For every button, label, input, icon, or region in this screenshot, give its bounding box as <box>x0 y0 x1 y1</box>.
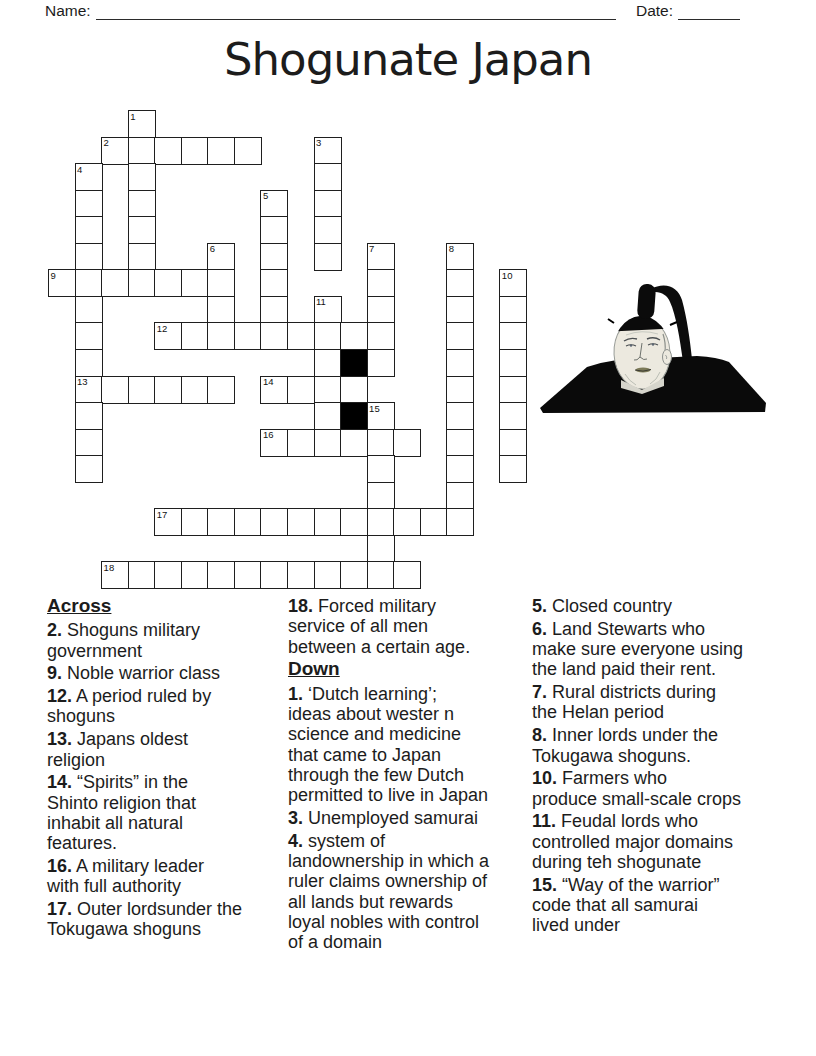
grid-cell-r15-c15[interactable] <box>446 508 474 536</box>
grid-cell-r8-c4[interactable]: 12 <box>154 322 182 350</box>
across-clue-12: 12. A period ruled by shoguns <box>47 686 299 727</box>
cell-number-15: 15 <box>369 404 380 414</box>
grid-cell-r1-c4[interactable] <box>154 137 182 165</box>
cell-number-6: 6 <box>210 244 215 254</box>
grid-cell-r17-c9[interactable] <box>287 561 315 589</box>
middle-clues-column: 18. Forced military service of all men b… <box>288 596 546 955</box>
grid-cell-r10-c1[interactable]: 13 <box>75 376 103 404</box>
grid-cell-r1-c2[interactable]: 2 <box>101 137 129 165</box>
grid-cell-r17-c10[interactable] <box>314 561 342 589</box>
cell-number-2: 2 <box>104 138 109 148</box>
across-clue-18: 18. Forced military service of all men b… <box>288 596 546 657</box>
grid-cell-r10-c3[interactable] <box>128 376 156 404</box>
grid-cell-r15-c13[interactable] <box>393 508 421 536</box>
grid-cell-r9-c17[interactable] <box>499 349 527 377</box>
grid-cell-r4-c10[interactable] <box>314 216 342 244</box>
grid-cell-r15-c6[interactable] <box>207 508 235 536</box>
grid-cell-r7-c10[interactable]: 11 <box>314 296 342 324</box>
grid-cell-r8-c12[interactable] <box>367 322 395 350</box>
across-clue-13: 13. Japans oldest religion <box>47 729 299 770</box>
clue-number-label: 18. <box>288 596 313 616</box>
grid-cell-r8-c17[interactable] <box>499 322 527 350</box>
down-clue-5: 5. Closed country <box>532 596 784 616</box>
grid-cell-r13-c12[interactable] <box>367 455 395 483</box>
across-clues-column: Across2. Shoguns military government9. N… <box>47 596 299 942</box>
grid-cell-r3-c1[interactable] <box>75 190 103 218</box>
grid-cell-r7-c17[interactable] <box>499 296 527 324</box>
grid-cell-r17-c8[interactable] <box>260 561 288 589</box>
clue-number-label: 16. <box>47 856 72 876</box>
grid-cell-r10-c10[interactable] <box>314 376 342 404</box>
grid-cell-r15-c12[interactable] <box>367 508 395 536</box>
grid-cell-r5-c15[interactable]: 8 <box>446 243 474 271</box>
grid-cell-r1-c7[interactable] <box>234 137 262 165</box>
grid-cell-r8-c15[interactable] <box>446 322 474 350</box>
grid-cell-r17-c2[interactable]: 18 <box>101 561 129 589</box>
grid-cell-r10-c17[interactable] <box>499 376 527 404</box>
down-clue-7: 7. Rural districts during the Helan peri… <box>532 682 784 723</box>
grid-cell-r15-c5[interactable] <box>181 508 209 536</box>
grid-cell-r14-c12[interactable] <box>367 482 395 510</box>
clue-number-label: 14. <box>47 772 72 792</box>
grid-cell-r6-c1[interactable] <box>75 269 103 297</box>
grid-cell-r17-c3[interactable] <box>128 561 156 589</box>
grid-cell-r10-c2[interactable] <box>101 376 129 404</box>
grid-cell-r3-c10[interactable] <box>314 190 342 218</box>
grid-cell-r12-c12[interactable] <box>367 429 395 457</box>
grid-cell-r9-c1[interactable] <box>75 349 103 377</box>
grid-cell-r0-c3[interactable]: 1 <box>128 110 156 138</box>
grid-cell-r12-c11[interactable] <box>340 429 368 457</box>
grid-cell-r12-c10[interactable] <box>314 429 342 457</box>
grid-cell-r6-c6[interactable] <box>207 269 235 297</box>
grid-cell-r3-c3[interactable] <box>128 190 156 218</box>
grid-cell-r7-c12[interactable] <box>367 296 395 324</box>
clue-number-label: 12. <box>47 686 72 706</box>
clue-number-label: 10. <box>532 768 557 788</box>
grid-cell-r17-c11[interactable] <box>340 561 368 589</box>
across-clue-14: 14. “Spirits” in the Shinto religion tha… <box>47 772 299 853</box>
cell-number-17: 17 <box>157 510 168 520</box>
cell-number-10: 10 <box>502 271 513 281</box>
clue-number-label: 17. <box>47 899 72 919</box>
puzzle-title: Shogunate Japan <box>0 33 816 86</box>
grid-cell-r6-c12[interactable] <box>367 269 395 297</box>
grid-cell-r1-c3[interactable] <box>128 137 156 165</box>
down-clue-1: 1. ‘Dutch learning’; ideas about wester … <box>288 684 546 806</box>
down-clue-6: 6. Land Stewarts who make sure everyone … <box>532 619 784 680</box>
grid-cell-r2-c3[interactable] <box>128 163 156 191</box>
grid-cell-r6-c2[interactable] <box>101 269 129 297</box>
grid-cell-r11-c12[interactable]: 15 <box>367 402 395 430</box>
grid-cell-r15-c10[interactable] <box>314 508 342 536</box>
down-header: Down <box>288 659 546 679</box>
grid-cell-r17-c7[interactable] <box>234 561 262 589</box>
grid-cell-r8-c5[interactable] <box>181 322 209 350</box>
grid-cell-r15-c8[interactable] <box>260 508 288 536</box>
cell-number-18: 18 <box>104 563 115 573</box>
down-clue-15: 15. “Way of the warrior” code that all s… <box>532 875 784 936</box>
grid-cell-r15-c9[interactable] <box>287 508 315 536</box>
clue-number-label: 3. <box>288 808 303 828</box>
grid-cell-r7-c8[interactable] <box>260 296 288 324</box>
clue-number-label: 6. <box>532 619 547 639</box>
grid-cell-r5-c1[interactable] <box>75 243 103 271</box>
cell-number-1: 1 <box>130 112 135 122</box>
grid-cell-r11-c11-black <box>340 402 368 430</box>
grid-cell-r10-c5[interactable] <box>181 376 209 404</box>
grid-cell-r7-c6[interactable] <box>207 296 235 324</box>
grid-cell-r1-c5[interactable] <box>181 137 209 165</box>
cell-number-12: 12 <box>157 324 168 334</box>
cell-number-4: 4 <box>77 165 82 175</box>
grid-cell-r17-c5[interactable] <box>181 561 209 589</box>
grid-cell-r4-c1[interactable] <box>75 216 103 244</box>
grid-cell-r11-c1[interactable] <box>75 402 103 430</box>
name-label: Name: <box>45 2 91 20</box>
cell-number-14: 14 <box>263 377 274 387</box>
across-clue-9: 9. Noble warrior class <box>47 663 299 683</box>
across-header: Across <box>47 596 299 616</box>
grid-cell-r10-c15[interactable] <box>446 376 474 404</box>
grid-cell-r2-c1[interactable]: 4 <box>75 163 103 191</box>
grid-cell-r12-c1[interactable] <box>75 429 103 457</box>
grid-cell-r5-c3[interactable] <box>128 243 156 271</box>
grid-cell-r12-c9[interactable] <box>287 429 315 457</box>
grid-cell-r17-c13[interactable] <box>393 561 421 589</box>
grid-cell-r16-c12[interactable] <box>367 535 395 563</box>
cell-number-5: 5 <box>263 191 268 201</box>
grid-cell-r12-c17[interactable] <box>499 429 527 457</box>
grid-cell-r8-c7[interactable] <box>234 322 262 350</box>
grid-cell-r8-c10[interactable] <box>314 322 342 350</box>
grid-cell-r7-c15[interactable] <box>446 296 474 324</box>
down-clue-3: 3. Unemployed samurai <box>288 808 546 828</box>
grid-cell-r6-c15[interactable] <box>446 269 474 297</box>
across-clue-17: 17. Outer lordsunder the Tokugawa shogun… <box>47 899 299 940</box>
grid-cell-r10-c9[interactable] <box>287 376 315 404</box>
grid-cell-r3-c8[interactable]: 5 <box>260 190 288 218</box>
grid-cell-r8-c11[interactable] <box>340 322 368 350</box>
down-clue-8: 8. Inner lords under the Tokugawa shogun… <box>532 725 784 766</box>
name-input-line[interactable] <box>96 3 616 20</box>
grid-cell-r7-c1[interactable] <box>75 296 103 324</box>
cell-number-11: 11 <box>316 297 326 307</box>
grid-cell-r4-c3[interactable] <box>128 216 156 244</box>
grid-cell-r15-c11[interactable] <box>340 508 368 536</box>
clue-number-label: 9. <box>47 663 62 683</box>
down-clues-column: 5. Closed country6. Land Stewarts who ma… <box>532 596 784 938</box>
grid-cell-r9-c10[interactable] <box>314 349 342 377</box>
grid-cell-r11-c15[interactable] <box>446 402 474 430</box>
grid-cell-r4-c8[interactable] <box>260 216 288 244</box>
grid-cell-r13-c15[interactable] <box>446 455 474 483</box>
date-input-line[interactable] <box>678 3 740 20</box>
grid-cell-r12-c13[interactable] <box>393 429 421 457</box>
grid-cell-r9-c11-black <box>340 349 368 377</box>
grid-cell-r6-c8[interactable] <box>260 269 288 297</box>
clue-number-label: 8. <box>532 725 547 745</box>
grid-cell-r10-c8[interactable]: 14 <box>260 376 288 404</box>
grid-cell-r5-c6[interactable]: 6 <box>207 243 235 271</box>
down-clue-4: 4. system of landownership in which a ru… <box>288 831 546 953</box>
cell-number-3: 3 <box>316 138 321 148</box>
grid-cell-r17-c12[interactable] <box>367 561 395 589</box>
grid-cell-r17-c4[interactable] <box>154 561 182 589</box>
cell-number-9: 9 <box>51 271 56 281</box>
grid-cell-r12-c8[interactable]: 16 <box>260 429 288 457</box>
grid-cell-r6-c0[interactable]: 9 <box>48 269 76 297</box>
grid-cell-r6-c17[interactable]: 10 <box>499 269 527 297</box>
grid-cell-r10-c4[interactable] <box>154 376 182 404</box>
grid-cell-r15-c14[interactable] <box>420 508 448 536</box>
grid-cell-r15-c7[interactable] <box>234 508 262 536</box>
clue-number-label: 13. <box>47 729 72 749</box>
grid-cell-r6-c3[interactable] <box>128 269 156 297</box>
grid-cell-r8-c1[interactable] <box>75 322 103 350</box>
grid-cell-r10-c6[interactable] <box>207 376 235 404</box>
grid-cell-r5-c12[interactable]: 7 <box>367 243 395 271</box>
clue-number-label: 1. <box>288 684 303 704</box>
grid-cell-r8-c8[interactable] <box>260 322 288 350</box>
grid-cell-r9-c15[interactable] <box>446 349 474 377</box>
clue-number-label: 4. <box>288 831 303 851</box>
down-clue-10: 10. Farmers who produce small-scale crop… <box>532 768 784 809</box>
clue-number-label: 2. <box>47 620 62 640</box>
grid-cell-r11-c10[interactable] <box>314 402 342 430</box>
cell-number-7: 7 <box>369 244 374 254</box>
down-clue-11: 11. Feudal lords who controlled major do… <box>532 811 784 872</box>
clue-number-label: 11. <box>532 811 556 831</box>
shogun-portrait-illustration <box>538 277 774 419</box>
cell-number-16: 16 <box>263 430 274 440</box>
name-date-header: Name: Date: <box>45 2 740 20</box>
grid-cell-r8-c9[interactable] <box>287 322 315 350</box>
worksheet-page: Name: Date: Shogunate Japan 123456789101… <box>0 0 816 1056</box>
grid-cell-r2-c10[interactable] <box>314 163 342 191</box>
grid-cell-r6-c5[interactable] <box>181 269 209 297</box>
grid-cell-r5-c10[interactable] <box>314 243 342 271</box>
grid-cell-r1-c6[interactable] <box>207 137 235 165</box>
cell-number-13: 13 <box>77 377 88 387</box>
grid-cell-r10-c11[interactable] <box>340 376 368 404</box>
clue-number-label: 5. <box>532 596 547 616</box>
across-clue-2: 2. Shoguns military government <box>47 620 299 661</box>
grid-cell-r11-c17[interactable] <box>499 402 527 430</box>
grid-cell-r17-c6[interactable] <box>207 561 235 589</box>
grid-cell-r9-c12[interactable] <box>367 349 395 377</box>
clue-number-label: 7. <box>532 682 547 702</box>
cell-number-8: 8 <box>449 244 454 254</box>
grid-cell-r13-c17[interactable] <box>499 455 527 483</box>
grid-cell-r12-c15[interactable] <box>446 429 474 457</box>
grid-cell-r15-c4[interactable]: 17 <box>154 508 182 536</box>
date-label: Date: <box>636 2 673 20</box>
grid-cell-r6-c4[interactable] <box>154 269 182 297</box>
grid-cell-r1-c10[interactable]: 3 <box>314 137 342 165</box>
across-clue-16: 16. A military leader with full authorit… <box>47 856 299 897</box>
grid-cell-r14-c15[interactable] <box>446 482 474 510</box>
grid-cell-r8-c6[interactable] <box>207 322 235 350</box>
clue-number-label: 15. <box>532 875 557 895</box>
grid-cell-r13-c1[interactable] <box>75 455 103 483</box>
grid-cell-r5-c8[interactable] <box>260 243 288 271</box>
